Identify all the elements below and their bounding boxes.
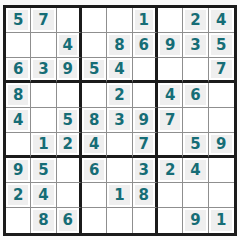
cell-r2c4[interactable] — [82, 33, 107, 58]
cell-r1c7[interactable] — [158, 8, 183, 33]
cell-r5c3[interactable]: 5 — [57, 108, 82, 133]
cell-r1c9[interactable]: 4 — [209, 8, 234, 33]
cell-r6c8[interactable]: 5 — [183, 133, 208, 158]
cell-r4c5[interactable]: 2 — [107, 83, 132, 108]
cell-r4c9[interactable] — [209, 83, 234, 108]
cell-r8c7[interactable] — [158, 183, 183, 208]
cell-r7c7[interactable]: 2 — [158, 158, 183, 183]
cell-r2c6[interactable]: 6 — [133, 33, 158, 58]
cell-r7c8[interactable]: 4 — [183, 158, 208, 183]
cell-r3c5[interactable]: 4 — [107, 58, 132, 83]
cell-r6c9[interactable]: 9 — [209, 133, 234, 158]
cell-r6c3[interactable]: 2 — [57, 133, 82, 158]
cell-r3c6[interactable] — [133, 58, 158, 83]
cell-r4c3[interactable] — [57, 83, 82, 108]
cell-r5c2[interactable] — [31, 108, 56, 133]
cell-r3c1[interactable]: 6 — [6, 58, 31, 83]
cell-r1c1[interactable]: 5 — [6, 8, 31, 33]
cell-r2c2[interactable] — [31, 33, 56, 58]
cell-r7c9[interactable] — [209, 158, 234, 183]
cell-r3c7[interactable] — [158, 58, 183, 83]
cell-r9c7[interactable] — [158, 208, 183, 233]
cell-r8c4[interactable] — [82, 183, 107, 208]
cell-r9c3[interactable]: 6 — [57, 208, 82, 233]
cell-r8c5[interactable]: 1 — [107, 183, 132, 208]
cell-r9c5[interactable] — [107, 208, 132, 233]
cell-r2c3[interactable]: 4 — [57, 33, 82, 58]
cell-r1c3[interactable] — [57, 8, 82, 33]
cell-r1c8[interactable]: 2 — [183, 8, 208, 33]
cell-r9c6[interactable] — [133, 208, 158, 233]
cell-r3c8[interactable] — [183, 58, 208, 83]
cell-r8c2[interactable]: 4 — [31, 183, 56, 208]
cell-r9c4[interactable] — [82, 208, 107, 233]
sudoku-board: 5712448693563954782464583971247599563242… — [3, 5, 237, 236]
cell-r3c9[interactable]: 7 — [209, 58, 234, 83]
cell-r5c1[interactable]: 4 — [6, 108, 31, 133]
cell-r6c1[interactable] — [6, 133, 31, 158]
cell-r9c1[interactable] — [6, 208, 31, 233]
cell-r6c4[interactable]: 4 — [82, 133, 107, 158]
cell-r3c2[interactable]: 3 — [31, 58, 56, 83]
cell-r4c2[interactable] — [31, 83, 56, 108]
cell-r8c3[interactable] — [57, 183, 82, 208]
cell-r5c4[interactable]: 8 — [82, 108, 107, 133]
cell-r7c6[interactable]: 3 — [133, 158, 158, 183]
cell-r4c1[interactable]: 8 — [6, 83, 31, 108]
cell-r3c4[interactable]: 5 — [82, 58, 107, 83]
cell-r7c2[interactable]: 5 — [31, 158, 56, 183]
cell-r5c9[interactable] — [209, 108, 234, 133]
cell-r6c2[interactable]: 1 — [31, 133, 56, 158]
cell-r9c8[interactable]: 9 — [183, 208, 208, 233]
cell-r5c7[interactable]: 7 — [158, 108, 183, 133]
cell-r9c9[interactable]: 1 — [209, 208, 234, 233]
cell-r7c4[interactable]: 6 — [82, 158, 107, 183]
cell-r7c3[interactable] — [57, 158, 82, 183]
cell-r6c5[interactable] — [107, 133, 132, 158]
cell-r2c7[interactable]: 9 — [158, 33, 183, 58]
cell-r1c2[interactable]: 7 — [31, 8, 56, 33]
cell-r6c7[interactable] — [158, 133, 183, 158]
cell-r2c9[interactable]: 5 — [209, 33, 234, 58]
cell-r1c6[interactable]: 1 — [133, 8, 158, 33]
cell-r5c5[interactable]: 3 — [107, 108, 132, 133]
cell-r8c9[interactable] — [209, 183, 234, 208]
cell-r5c8[interactable] — [183, 108, 208, 133]
cell-r7c5[interactable] — [107, 158, 132, 183]
cell-r8c1[interactable]: 2 — [6, 183, 31, 208]
cell-r2c8[interactable]: 3 — [183, 33, 208, 58]
cell-r1c4[interactable] — [82, 8, 107, 33]
cell-r1c5[interactable] — [107, 8, 132, 33]
cell-r8c6[interactable]: 8 — [133, 183, 158, 208]
cell-r4c4[interactable] — [82, 83, 107, 108]
cell-r7c1[interactable]: 9 — [6, 158, 31, 183]
cell-r4c7[interactable]: 4 — [158, 83, 183, 108]
cell-r9c2[interactable]: 8 — [31, 208, 56, 233]
cell-r5c6[interactable]: 9 — [133, 108, 158, 133]
cell-r2c5[interactable]: 8 — [107, 33, 132, 58]
cell-r8c8[interactable] — [183, 183, 208, 208]
cell-r6c6[interactable]: 7 — [133, 133, 158, 158]
cell-r3c3[interactable]: 9 — [57, 58, 82, 83]
cell-r2c1[interactable] — [6, 33, 31, 58]
cell-r4c8[interactable]: 6 — [183, 83, 208, 108]
cell-r4c6[interactable] — [133, 83, 158, 108]
